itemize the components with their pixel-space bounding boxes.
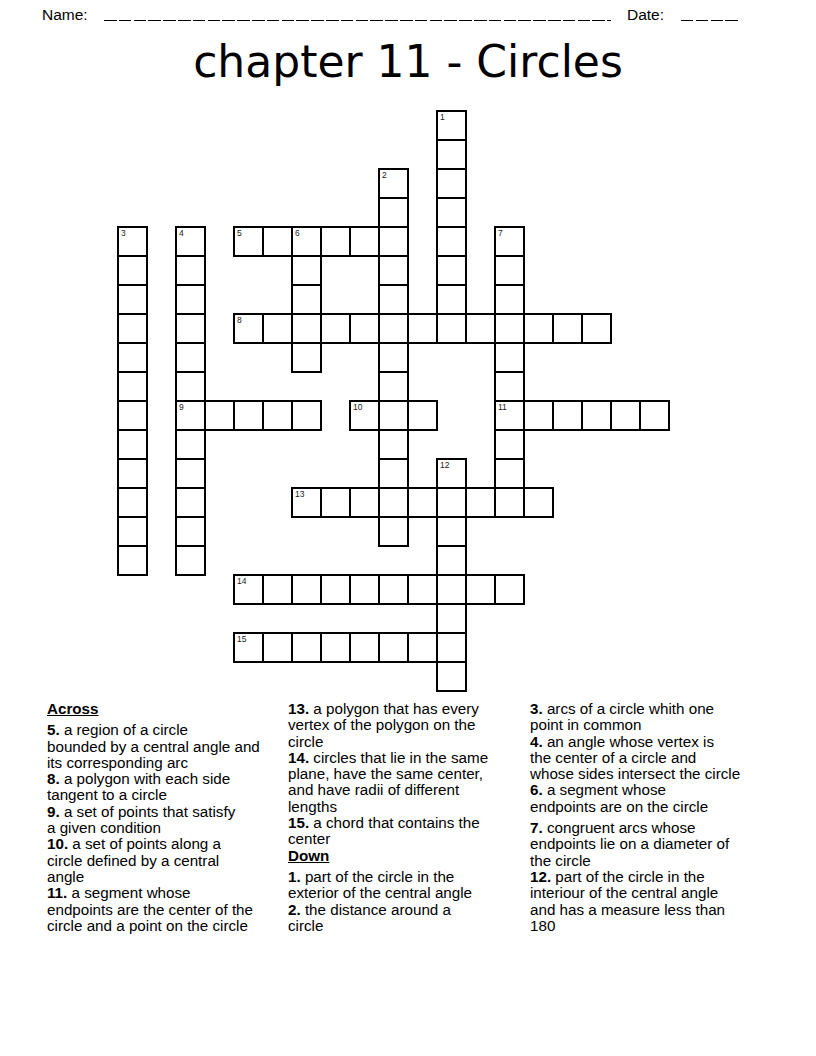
grid-cell-r14c2[interactable] bbox=[175, 516, 206, 547]
clue-line: and has a measure less than bbox=[530, 902, 770, 918]
grid-cell-r15c0[interactable] bbox=[117, 545, 148, 576]
clue-line: 14. circles that lie in the same bbox=[288, 750, 532, 766]
grid-cell-r12c0[interactable] bbox=[117, 458, 148, 489]
cell-number-6: 6 bbox=[295, 229, 300, 238]
grid-cell-r8c9[interactable] bbox=[378, 342, 409, 373]
crossword-grid: 123456789101112131415 bbox=[117, 110, 670, 692]
grid-cell-r16c5[interactable] bbox=[262, 574, 293, 605]
grid-cell-r18c10[interactable] bbox=[407, 632, 438, 663]
clue-line: 180 bbox=[530, 918, 770, 934]
grid-cell-r7c12[interactable] bbox=[465, 313, 496, 344]
grid-cell-r19c11[interactable] bbox=[436, 661, 467, 692]
grid-cell-r6c9[interactable] bbox=[378, 284, 409, 315]
grid-cell-r16c13[interactable] bbox=[494, 574, 525, 605]
grid-cell-r2c11[interactable] bbox=[436, 168, 467, 199]
grid-cell-r7c8[interactable] bbox=[349, 313, 380, 344]
clue-6: 6. a segment whoseendpoints are on the c… bbox=[530, 782, 770, 815]
grid-cell-r7c7[interactable] bbox=[320, 313, 351, 344]
grid-cell-r18c6[interactable] bbox=[291, 632, 322, 663]
cell-number-1: 1 bbox=[440, 113, 445, 122]
grid-cell-r7c16[interactable] bbox=[581, 313, 612, 344]
clue-column-left: Across5. a region of a circlebounded by … bbox=[47, 701, 285, 934]
clue-line: the circle bbox=[530, 853, 770, 869]
cell-number-7: 7 bbox=[498, 229, 503, 238]
clue-line: interiour of the central angle bbox=[530, 885, 770, 901]
clue-11: 11. a segment whoseendpoints are the cen… bbox=[47, 885, 285, 934]
grid-cell-r13c13[interactable] bbox=[494, 487, 525, 518]
cell-number-14: 14 bbox=[237, 577, 246, 586]
grid-cell-r13c14[interactable] bbox=[523, 487, 554, 518]
clue-line: bounded by a central angle and bbox=[47, 739, 285, 755]
clue-13: 13. a polygon that has everyvertex of th… bbox=[288, 701, 532, 750]
clue-3: 3. arcs of a circle whith onepoint in co… bbox=[530, 701, 770, 734]
grid-cell-r6c11[interactable] bbox=[436, 284, 467, 315]
clue-column-middle: 13. a polygon that has everyvertex of th… bbox=[288, 701, 532, 934]
grid-cell-r11c2[interactable] bbox=[175, 429, 206, 460]
grid-cell-r9c2[interactable] bbox=[175, 371, 206, 402]
cell-number-9: 9 bbox=[179, 403, 184, 412]
date-label: Date: bbox=[627, 7, 664, 23]
grid-cell-r10c17[interactable] bbox=[610, 400, 641, 431]
grid-cell-r11c0[interactable] bbox=[117, 429, 148, 460]
clue-line: point in common bbox=[530, 717, 770, 733]
grid-cell-r7c10[interactable] bbox=[407, 313, 438, 344]
clue-line: lengths bbox=[288, 799, 532, 815]
cell-number-15: 15 bbox=[237, 635, 246, 644]
grid-cell-r1c11[interactable] bbox=[436, 139, 467, 170]
grid-cell-r10c0[interactable] bbox=[117, 400, 148, 431]
grid-cell-r8c6[interactable] bbox=[291, 342, 322, 373]
clue-line: circle defined by a central bbox=[47, 853, 285, 869]
grid-cell-r9c13[interactable] bbox=[494, 371, 525, 402]
clue-line: 15. a chord that contains the bbox=[288, 815, 532, 831]
grid-cell-r13c8[interactable] bbox=[349, 487, 380, 518]
clue-1: 1. part of the circle in theexterior of … bbox=[288, 869, 532, 902]
name-blank-line[interactable] bbox=[104, 20, 611, 22]
cell-number-10: 10 bbox=[353, 403, 362, 412]
grid-cell-r14c9[interactable] bbox=[378, 516, 409, 547]
grid-cell-r12c2[interactable] bbox=[175, 458, 206, 489]
cell-number-3: 3 bbox=[121, 229, 126, 238]
cell-number-4: 4 bbox=[179, 229, 184, 238]
grid-cell-r6c6[interactable] bbox=[291, 284, 322, 315]
grid-cell-r11c13[interactable] bbox=[494, 429, 525, 460]
grid-cell-r5c11[interactable] bbox=[436, 255, 467, 286]
grid-cell-r18c7[interactable] bbox=[320, 632, 351, 663]
grid-cell-r13c7[interactable] bbox=[320, 487, 351, 518]
grid-cell-r3c11[interactable] bbox=[436, 197, 467, 228]
clue-line: plane, have the same center, bbox=[288, 766, 532, 782]
grid-cell-r9c0[interactable] bbox=[117, 371, 148, 402]
grid-cell-r10c9[interactable] bbox=[378, 400, 409, 431]
page-title: chapter 11 - Circles bbox=[0, 34, 816, 89]
grid-cell-r16c8[interactable] bbox=[349, 574, 380, 605]
grid-cell-r4c5[interactable] bbox=[262, 226, 293, 257]
clue-12: 12. part of the circle in theinteriour o… bbox=[530, 869, 770, 934]
grid-cell-r9c9[interactable] bbox=[378, 371, 409, 402]
grid-cell-r18c8[interactable] bbox=[349, 632, 380, 663]
clue-line: center bbox=[288, 831, 532, 847]
clue-4: 4. an angle whose vertex isthe center of… bbox=[530, 734, 770, 783]
grid-cell-r16c12[interactable] bbox=[465, 574, 496, 605]
grid-cell-r10c4[interactable] bbox=[233, 400, 264, 431]
grid-cell-r15c2[interactable] bbox=[175, 545, 206, 576]
grid-cell-r12c9[interactable] bbox=[378, 458, 409, 489]
cell-number-5: 5 bbox=[237, 229, 242, 238]
clue-line: 4. an angle whose vertex is bbox=[530, 734, 770, 750]
grid-cell-r5c0[interactable] bbox=[117, 255, 148, 286]
grid-cell-r18c11[interactable] bbox=[436, 632, 467, 663]
grid-cell-r10c5[interactable] bbox=[262, 400, 293, 431]
clue-15: 15. a chord that contains thecenter bbox=[288, 815, 532, 848]
grid-cell-r7c15[interactable] bbox=[552, 313, 583, 344]
grid-cell-r16c6[interactable] bbox=[291, 574, 322, 605]
grid-cell-r10c16[interactable] bbox=[581, 400, 612, 431]
clue-line: 1. part of the circle in the bbox=[288, 869, 532, 885]
grid-cell-r18c5[interactable] bbox=[262, 632, 293, 663]
cell-number-11: 11 bbox=[498, 403, 507, 412]
clue-line: circle and a point on the circle bbox=[47, 918, 285, 934]
clue-line: endpoints are the center of the bbox=[47, 902, 285, 918]
grid-cell-r7c0[interactable] bbox=[117, 313, 148, 344]
clue-line: 7. congruent arcs whose bbox=[530, 820, 770, 836]
date-blank-line[interactable] bbox=[681, 20, 740, 22]
grid-cell-r14c0[interactable] bbox=[117, 516, 148, 547]
grid-cell-r4c7[interactable] bbox=[320, 226, 351, 257]
grid-cell-r4c9[interactable] bbox=[378, 226, 409, 257]
grid-cell-r5c13[interactable] bbox=[494, 255, 525, 286]
grid-cell-r10c3[interactable] bbox=[204, 400, 235, 431]
grid-cell-r16c11[interactable] bbox=[436, 574, 467, 605]
grid-cell-r7c11[interactable] bbox=[436, 313, 467, 344]
clue-line: circle bbox=[288, 918, 532, 934]
clue-2: 2. the distance around acircle bbox=[288, 902, 532, 935]
grid-cell-r5c2[interactable] bbox=[175, 255, 206, 286]
grid-cell-r7c2[interactable] bbox=[175, 313, 206, 344]
grid-cell-r6c2[interactable] bbox=[175, 284, 206, 315]
grid-cell-r11c9[interactable] bbox=[378, 429, 409, 460]
grid-cell-r13c9[interactable] bbox=[378, 487, 409, 518]
clue-line: 12. part of the circle in the bbox=[530, 869, 770, 885]
cell-number-13: 13 bbox=[295, 490, 304, 499]
grid-cell-r12c13[interactable] bbox=[494, 458, 525, 489]
grid-cell-r13c12[interactable] bbox=[465, 487, 496, 518]
worksheet-page: Name: Date: chapter 11 - Circles 1234567… bbox=[0, 0, 816, 1056]
clue-heading-across: Across bbox=[47, 701, 285, 717]
clue-line: whose sides intersect the circle bbox=[530, 766, 770, 782]
grid-cell-r13c0[interactable] bbox=[117, 487, 148, 518]
grid-cell-r16c10[interactable] bbox=[407, 574, 438, 605]
grid-cell-r8c2[interactable] bbox=[175, 342, 206, 373]
grid-cell-r7c13[interactable] bbox=[494, 313, 525, 344]
grid-cell-r6c0[interactable] bbox=[117, 284, 148, 315]
grid-cell-r10c15[interactable] bbox=[552, 400, 583, 431]
clue-line: its corresponding arc bbox=[47, 755, 285, 771]
clue-7: 7. congruent arcs whoseendpoints lie on … bbox=[530, 820, 770, 869]
clue-line: 9. a set of points that satisfy bbox=[47, 804, 285, 820]
grid-cell-r13c11[interactable] bbox=[436, 487, 467, 518]
name-label: Name: bbox=[42, 7, 88, 23]
clue-8: 8. a polygon with each sidetangent to a … bbox=[47, 771, 285, 804]
cell-number-2: 2 bbox=[382, 171, 387, 180]
grid-cell-r10c10[interactable] bbox=[407, 400, 438, 431]
clue-heading-down: Down bbox=[288, 848, 532, 864]
clue-line: exterior of the central angle bbox=[288, 885, 532, 901]
grid-cell-r5c9[interactable] bbox=[378, 255, 409, 286]
clue-column-right: 3. arcs of a circle whith onepoint in co… bbox=[530, 701, 770, 934]
clue-line: 8. a polygon with each side bbox=[47, 771, 285, 787]
clue-line: angle bbox=[47, 869, 285, 885]
grid-cell-r15c11[interactable] bbox=[436, 545, 467, 576]
grid-cell-r7c14[interactable] bbox=[523, 313, 554, 344]
clue-9: 9. a set of points that satisfya given c… bbox=[47, 804, 285, 837]
grid-cell-r7c5[interactable] bbox=[262, 313, 293, 344]
grid-cell-r8c0[interactable] bbox=[117, 342, 148, 373]
grid-cell-r5c6[interactable] bbox=[291, 255, 322, 286]
grid-cell-r7c9[interactable] bbox=[378, 313, 409, 344]
grid-cell-r3c9[interactable] bbox=[378, 197, 409, 228]
grid-cell-r8c13[interactable] bbox=[494, 342, 525, 373]
grid-cell-r16c7[interactable] bbox=[320, 574, 351, 605]
grid-cell-r18c9[interactable] bbox=[378, 632, 409, 663]
grid-cell-r13c10[interactable] bbox=[407, 487, 438, 518]
grid-cell-r10c6[interactable] bbox=[291, 400, 322, 431]
clue-line: 13. a polygon that has every bbox=[288, 701, 532, 717]
clue-line: 6. a segment whose bbox=[530, 782, 770, 798]
clue-5: 5. a region of a circlebounded by a cent… bbox=[47, 722, 285, 771]
clue-line: the center of a circle and bbox=[530, 750, 770, 766]
grid-cell-r10c14[interactable] bbox=[523, 400, 554, 431]
grid-cell-r10c18[interactable] bbox=[639, 400, 670, 431]
grid-cell-r13c2[interactable] bbox=[175, 487, 206, 518]
clue-line: endpoints lie on a diameter of bbox=[530, 836, 770, 852]
clue-10: 10. a set of points along acircle define… bbox=[47, 836, 285, 885]
clue-line: vertex of the polygon on the bbox=[288, 717, 532, 733]
grid-cell-r4c11[interactable] bbox=[436, 226, 467, 257]
cell-number-12: 12 bbox=[440, 461, 449, 470]
clue-line: 2. the distance around a bbox=[288, 902, 532, 918]
clue-line: 10. a set of points along a bbox=[47, 836, 285, 852]
clue-14: 14. circles that lie in the sameplane, h… bbox=[288, 750, 532, 815]
grid-cell-r4c8[interactable] bbox=[349, 226, 380, 257]
cell-number-8: 8 bbox=[237, 316, 242, 325]
grid-cell-r16c9[interactable] bbox=[378, 574, 409, 605]
clue-line: 3. arcs of a circle whith one bbox=[530, 701, 770, 717]
clue-line: tangent to a circle bbox=[47, 787, 285, 803]
clue-line: circle bbox=[288, 734, 532, 750]
grid-cell-r6c13[interactable] bbox=[494, 284, 525, 315]
clue-line: 5. a region of a circle bbox=[47, 722, 285, 738]
clue-line: endpoints are on the circle bbox=[530, 799, 770, 815]
grid-cell-r14c11[interactable] bbox=[436, 516, 467, 547]
grid-cell-r7c6[interactable] bbox=[291, 313, 322, 344]
clue-line: and have radii of different bbox=[288, 782, 532, 798]
grid-cell-r17c11[interactable] bbox=[436, 603, 467, 634]
clue-line: 11. a segment whose bbox=[47, 885, 285, 901]
clue-line: a given condition bbox=[47, 820, 285, 836]
